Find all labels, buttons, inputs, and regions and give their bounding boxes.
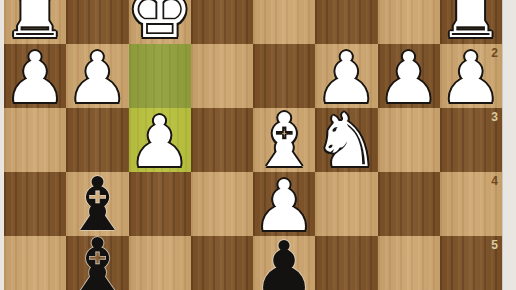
square-c4[interactable] xyxy=(315,172,377,236)
square-b3[interactable] xyxy=(378,108,440,172)
square-e2[interactable] xyxy=(191,44,253,108)
square-b4[interactable] xyxy=(378,172,440,236)
black-bishop-g5[interactable]: ♝ xyxy=(66,236,128,290)
square-f2[interactable] xyxy=(129,44,191,108)
square-d2[interactable] xyxy=(253,44,315,108)
square-e1[interactable] xyxy=(191,0,253,44)
white-pawn-f3[interactable]: ♟ xyxy=(129,108,191,172)
white-king-f1[interactable]: ♚ xyxy=(129,0,191,44)
square-g1[interactable] xyxy=(66,0,128,44)
square-g2[interactable]: ♟ xyxy=(66,44,128,108)
square-e4[interactable] xyxy=(191,172,253,236)
black-pawn-d5[interactable]: ♟ xyxy=(253,236,315,290)
black-bishop-g4[interactable]: ♝ xyxy=(66,172,128,236)
rank-label-4: 4 xyxy=(491,174,498,188)
square-f3[interactable]: ♟ xyxy=(129,108,191,172)
rank-label-3: 3 xyxy=(491,110,498,124)
square-c1[interactable] xyxy=(315,0,377,44)
square-a2[interactable]: ♟2 xyxy=(440,44,502,108)
white-knight-c3[interactable]: ♞ xyxy=(315,108,377,172)
square-a1[interactable]: ♜ xyxy=(440,0,502,44)
white-bishop-d3[interactable]: ♝ xyxy=(253,108,315,172)
square-h4[interactable] xyxy=(4,172,66,236)
rank-label-2: 2 xyxy=(491,46,498,60)
square-b2[interactable]: ♟ xyxy=(378,44,440,108)
square-g5[interactable]: ♝ xyxy=(66,236,128,290)
white-rook-h1[interactable]: ♜ xyxy=(4,0,66,44)
square-b1[interactable] xyxy=(378,0,440,44)
square-f5[interactable] xyxy=(129,236,191,290)
white-pawn-c2[interactable]: ♟ xyxy=(315,44,377,108)
square-a4[interactable]: 4 xyxy=(440,172,502,236)
square-g3[interactable] xyxy=(66,108,128,172)
square-f4[interactable] xyxy=(129,172,191,236)
square-h3[interactable] xyxy=(4,108,66,172)
white-pawn-b2[interactable]: ♟ xyxy=(378,44,440,108)
square-e5[interactable] xyxy=(191,236,253,290)
square-d1[interactable] xyxy=(253,0,315,44)
square-h2[interactable]: ♟ xyxy=(4,44,66,108)
white-rook-a1[interactable]: ♜ xyxy=(440,0,502,44)
page: ♜♚♜♟♟♟♟♟2♟♝♞3♝♟4♝♟5 xyxy=(0,0,516,290)
square-h5[interactable] xyxy=(4,236,66,290)
white-pawn-h2[interactable]: ♟ xyxy=(4,44,66,108)
square-c2[interactable]: ♟ xyxy=(315,44,377,108)
rank-label-5: 5 xyxy=(491,238,498,252)
square-h1[interactable]: ♜ xyxy=(4,0,66,44)
square-f1[interactable]: ♚ xyxy=(129,0,191,44)
square-e3[interactable] xyxy=(191,108,253,172)
white-pawn-g2[interactable]: ♟ xyxy=(66,44,128,108)
square-d3[interactable]: ♝ xyxy=(253,108,315,172)
square-d5[interactable]: ♟ xyxy=(253,236,315,290)
square-a3[interactable]: 3 xyxy=(440,108,502,172)
square-b5[interactable] xyxy=(378,236,440,290)
square-c3[interactable]: ♞ xyxy=(315,108,377,172)
white-pawn-d4[interactable]: ♟ xyxy=(253,172,315,236)
chess-board: ♜♚♜♟♟♟♟♟2♟♝♞3♝♟4♝♟5 xyxy=(4,0,503,290)
square-d4[interactable]: ♟ xyxy=(253,172,315,236)
square-a5[interactable]: 5 xyxy=(440,236,502,290)
square-c5[interactable] xyxy=(315,236,377,290)
square-g4[interactable]: ♝ xyxy=(66,172,128,236)
